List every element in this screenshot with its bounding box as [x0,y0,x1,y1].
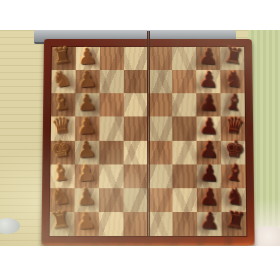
square [148,117,172,141]
square: ♟ [197,212,222,236]
square [100,93,124,116]
square [148,93,172,116]
square [148,164,172,188]
piece-P: ♟ [77,91,98,115]
square [99,212,124,236]
piece-P: ♟ [76,114,97,138]
piece-R: ♜ [49,208,72,234]
photo-stage: ♜♟♟♜♞♟♟♞♝♟♟♝♛♟♟♛♚♟♟♚♝♟♟♝♞♟♟♞♜♟♟♜ [0,0,280,280]
square [124,140,148,164]
square [173,212,198,236]
piece-P: ♟ [75,209,97,233]
square: ♟ [74,212,99,236]
piece-p: ♟ [199,162,220,186]
piece-p: ♟ [198,114,219,138]
piece-N: ♞ [51,67,74,92]
square [148,212,173,236]
piece-P: ♟ [76,162,97,186]
square [100,47,124,70]
square [124,70,148,93]
hinge-seam [147,31,150,236]
letterbox-bottom [0,246,280,280]
square [123,212,148,236]
square [99,188,124,212]
square [99,164,124,188]
square [123,188,148,212]
piece-P: ♟ [76,138,97,162]
square [99,117,123,141]
square [124,117,148,141]
board-frame: ♜♟♟♜♞♟♟♞♝♟♟♝♛♟♟♛♚♟♟♚♝♟♟♝♞♟♟♞♜♟♟♜ [41,39,254,245]
piece-P: ♟ [77,45,98,68]
square [172,93,196,116]
photo-area: ♜♟♟♜♞♟♟♞♝♟♟♝♛♟♟♛♚♟♟♚♝♟♟♝♞♟♟♞♜♟♟♜ [0,30,280,246]
square [100,70,124,93]
chess-board: ♜♟♟♜♞♟♟♞♝♟♟♝♛♟♟♛♚♟♟♚♝♟♟♝♞♟♟♞♜♟♟♜ [41,39,254,245]
square [99,140,123,164]
piece-p: ♟ [199,186,220,210]
square [172,47,196,70]
piece-p: ♟ [199,209,221,233]
piece-r: ♜ [224,208,247,234]
piece-p: ♟ [198,45,219,68]
square [172,140,196,164]
piece-p: ♟ [198,91,219,115]
square [124,164,148,188]
tissue-blob [252,226,280,246]
square: ♜ [222,212,247,236]
square [172,188,197,212]
piece-p: ♟ [199,138,220,162]
square [148,140,172,164]
square [172,117,196,141]
square [124,47,148,70]
square [148,70,172,93]
square [124,93,148,116]
letterbox-top [0,0,280,30]
square [172,70,196,93]
piece-P: ♟ [77,68,98,91]
square [148,47,172,70]
square [172,164,197,188]
piece-p: ♟ [198,68,219,91]
square [148,188,173,212]
square: ♜ [50,212,75,236]
